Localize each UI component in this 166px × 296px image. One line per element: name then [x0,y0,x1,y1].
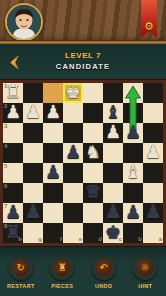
rank-label: 7 [4,203,7,210]
square-a8[interactable]: a [143,223,163,243]
square-f3[interactable] [43,123,63,143]
bottom-toolbar: ↻ RESTART ♜ PIECES ↶ UNDO ☼ HINT [0,246,166,296]
hint-icon: ☼ [141,263,150,273]
square-f8[interactable]: f [43,223,63,243]
square-b7[interactable]: ♟ [123,203,143,223]
square-d2[interactable] [83,103,103,123]
restart-button-circle[interactable]: ↻ [9,256,33,280]
square-e2[interactable] [63,103,83,123]
top-wood-bar: ⚙ [0,0,166,44]
player-avatar[interactable] [5,3,43,41]
square-g7[interactable]: ♟ [23,203,43,223]
rank-label: 3 [4,123,7,130]
square-a1[interactable] [143,83,163,103]
rank-label: 6 [4,183,7,190]
square-h4[interactable]: 4 [3,143,23,163]
square-a3[interactable] [143,123,163,143]
restart-button[interactable]: ↻ RESTART [4,256,38,289]
square-g4[interactable] [23,143,43,163]
square-b8[interactable]: b [123,223,143,243]
square-c1[interactable] [103,83,123,103]
rank-label: 1 [4,83,7,90]
rank-label: 2 [4,103,7,110]
chess-board: 1♜♚2♟♟♟♝3♟♟4♟♞♟5♟♝6♛7♟♟♟♟♟8h♜gfedc♚ba [0,80,166,246]
square-e7[interactable] [63,203,83,223]
square-g6[interactable] [23,183,43,203]
square-h6[interactable]: 6 [3,183,23,203]
hint-label: HINT [138,283,152,289]
hint-button-circle[interactable]: ☼ [133,256,157,280]
file-label: d [98,236,102,243]
square-d3[interactable] [83,123,103,143]
file-label: h [18,236,22,243]
file-label: e [79,236,82,243]
gear-icon[interactable]: ⚙ [141,21,157,32]
file-label: b [138,236,142,243]
restart-label: RESTART [7,283,35,289]
hint-button[interactable]: ☼ HINT [128,256,162,289]
file-label: f [60,236,62,243]
restart-icon: ↻ [17,263,25,273]
square-b5[interactable]: ♝ [123,163,143,183]
board-grid: 1♜♚2♟♟♟♝3♟♟4♟♞♟5♟♝6♛7♟♟♟♟♟8h♜gfedc♚ba [3,83,163,243]
square-f7[interactable] [43,203,63,223]
square-d8[interactable]: d [83,223,103,243]
pieces-button-circle[interactable]: ♜ [50,256,74,280]
square-d5[interactable] [83,163,103,183]
square-e5[interactable] [63,163,83,183]
undo-button[interactable]: ↶ UNDO [87,256,121,289]
undo-label: UNDO [95,283,112,289]
square-d6[interactable]: ♛ [83,183,103,203]
square-e1[interactable]: ♚ [63,83,83,103]
square-g1[interactable] [23,83,43,103]
level-label: LEVEL 7 [0,51,166,60]
square-g3[interactable] [23,123,43,143]
square-f4[interactable] [43,143,63,163]
square-e4[interactable]: ♟ [63,143,83,163]
square-c6[interactable] [103,183,123,203]
square-c8[interactable]: c♚ [103,223,123,243]
settings-ribbon[interactable]: ⚙ [141,0,157,38]
undo-button-circle[interactable]: ↶ [92,256,116,280]
square-d4[interactable]: ♞ [83,143,103,163]
square-d7[interactable] [83,203,103,223]
square-g5[interactable] [23,163,43,183]
square-a2[interactable] [143,103,163,123]
square-e8[interactable]: e [63,223,83,243]
level-header: LEVEL 7 CANDIDATE [0,44,166,80]
square-d1[interactable] [83,83,103,103]
pieces-label: PIECES [51,283,73,289]
undo-icon: ↶ [100,263,108,273]
square-h7[interactable]: 7♟ [3,203,23,223]
square-h5[interactable]: 5 [3,163,23,183]
pieces-button[interactable]: ♜ PIECES [45,256,79,289]
square-f5[interactable]: ♟ [43,163,63,183]
square-a6[interactable] [143,183,163,203]
square-g2[interactable]: ♟ [23,103,43,123]
piece-white-pawn[interactable]: ♟ [140,140,166,164]
rank-label: 8 [4,223,7,230]
square-c3[interactable]: ♟ [103,123,123,143]
pieces-icon: ♜ [58,263,67,273]
square-f1[interactable] [43,83,63,103]
file-label: g [38,236,42,243]
square-f2[interactable]: ♟ [43,103,63,123]
file-label: c [119,236,122,243]
square-h8[interactable]: 8h♜ [3,223,23,243]
square-b6[interactable] [123,183,143,203]
file-label: a [159,236,162,243]
rank-title: CANDIDATE [0,62,166,71]
square-c5[interactable] [103,163,123,183]
piece-black-pawn[interactable]: ♟ [140,200,166,224]
rank-label: 5 [4,163,7,170]
square-f6[interactable] [43,183,63,203]
square-h1[interactable]: 1♜ [3,83,23,103]
square-g8[interactable]: g [23,223,43,243]
square-h2[interactable]: 2♟ [3,103,23,123]
square-a7[interactable]: ♟ [143,203,163,223]
square-h3[interactable]: 3 [3,123,23,143]
square-e6[interactable] [63,183,83,203]
square-c7[interactable]: ♟ [103,203,123,223]
square-a5[interactable] [143,163,163,183]
square-c2[interactable]: ♝ [103,103,123,123]
hint-arrow [125,86,141,136]
square-b4[interactable] [123,143,143,163]
square-a4[interactable]: ♟ [143,143,163,163]
square-e3[interactable] [63,123,83,143]
rank-label: 4 [4,143,7,150]
avatar-face [7,5,41,39]
square-c4[interactable] [103,143,123,163]
